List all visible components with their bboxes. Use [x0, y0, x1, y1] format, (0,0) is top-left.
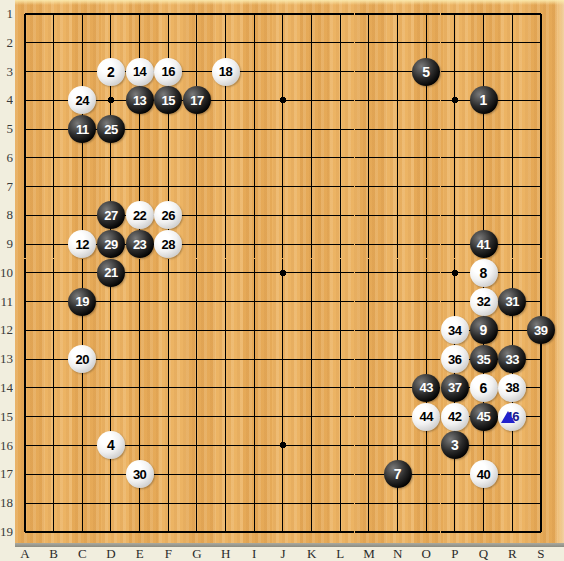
point-L13[interactable]: [326, 345, 355, 374]
point-R4[interactable]: [498, 86, 527, 115]
point-N4[interactable]: [383, 86, 412, 115]
point-M18[interactable]: [355, 489, 384, 518]
stone-12-white-C9[interactable]: 12: [68, 230, 96, 258]
stone-34-white-P12[interactable]: 34: [441, 316, 469, 344]
point-P9[interactable]: [441, 230, 470, 259]
point-E18[interactable]: [125, 489, 154, 518]
point-E8[interactable]: 22: [125, 201, 154, 230]
point-J8[interactable]: [269, 201, 298, 230]
point-R17[interactable]: [498, 460, 527, 489]
point-G17[interactable]: [183, 460, 212, 489]
point-M4[interactable]: [355, 86, 384, 115]
point-K11[interactable]: [297, 287, 326, 316]
point-G9[interactable]: [183, 230, 212, 259]
point-M2[interactable]: [355, 28, 384, 57]
stone-30-white-E17[interactable]: 30: [126, 460, 154, 488]
stone-42-white-P15[interactable]: 42: [441, 403, 469, 431]
point-S2[interactable]: [526, 28, 555, 57]
point-L1[interactable]: [326, 0, 355, 28]
point-E4[interactable]: 13: [125, 86, 154, 115]
point-O3[interactable]: 5: [412, 57, 441, 86]
point-S12[interactable]: 39: [526, 316, 555, 345]
point-N2[interactable]: [383, 28, 412, 57]
point-N14[interactable]: [383, 374, 412, 403]
point-B2[interactable]: [39, 28, 68, 57]
point-N10[interactable]: [383, 259, 412, 288]
point-J3[interactable]: [269, 57, 298, 86]
point-F17[interactable]: [154, 460, 183, 489]
stone-45-black-Q15[interactable]: 45: [470, 403, 498, 431]
point-E5[interactable]: [125, 115, 154, 144]
point-D13[interactable]: [97, 345, 126, 374]
point-O1[interactable]: [412, 0, 441, 28]
point-F8[interactable]: 26: [154, 201, 183, 230]
point-H18[interactable]: [211, 489, 240, 518]
stone-11-black-C5[interactable]: 11: [68, 115, 96, 143]
point-J19[interactable]: [269, 517, 298, 546]
point-P5[interactable]: [441, 115, 470, 144]
point-E1[interactable]: [125, 0, 154, 28]
point-A8[interactable]: [11, 201, 40, 230]
stone-25-black-D5[interactable]: 25: [97, 115, 125, 143]
point-C14[interactable]: [68, 374, 97, 403]
point-C5[interactable]: 11: [68, 115, 97, 144]
point-O9[interactable]: [412, 230, 441, 259]
point-B12[interactable]: [39, 316, 68, 345]
point-J12[interactable]: [269, 316, 298, 345]
point-Q12[interactable]: 9: [469, 316, 498, 345]
stone-23-black-E9[interactable]: 23: [126, 230, 154, 258]
point-E19[interactable]: [125, 517, 154, 546]
point-I3[interactable]: [240, 57, 269, 86]
point-C19[interactable]: [68, 517, 97, 546]
point-P17[interactable]: [441, 460, 470, 489]
point-A6[interactable]: [11, 143, 40, 172]
point-I10[interactable]: [240, 259, 269, 288]
point-E16[interactable]: [125, 431, 154, 460]
point-D2[interactable]: [97, 28, 126, 57]
point-J1[interactable]: [269, 0, 298, 28]
point-M5[interactable]: [355, 115, 384, 144]
point-S4[interactable]: [526, 86, 555, 115]
point-O10[interactable]: [412, 259, 441, 288]
point-M14[interactable]: [355, 374, 384, 403]
point-M7[interactable]: [355, 172, 384, 201]
point-P15[interactable]: 42: [441, 402, 470, 431]
point-H19[interactable]: [211, 517, 240, 546]
point-B15[interactable]: [39, 402, 68, 431]
point-F16[interactable]: [154, 431, 183, 460]
point-C16[interactable]: [68, 431, 97, 460]
point-P10[interactable]: [441, 259, 470, 288]
point-K12[interactable]: [297, 316, 326, 345]
point-M19[interactable]: [355, 517, 384, 546]
point-F10[interactable]: [154, 259, 183, 288]
point-F1[interactable]: [154, 0, 183, 28]
point-D10[interactable]: 21: [97, 259, 126, 288]
point-G4[interactable]: 17: [183, 86, 212, 115]
point-S3[interactable]: [526, 57, 555, 86]
point-Q9[interactable]: 41: [469, 230, 498, 259]
point-A18[interactable]: [11, 489, 40, 518]
point-K7[interactable]: [297, 172, 326, 201]
point-Q8[interactable]: [469, 201, 498, 230]
point-M17[interactable]: [355, 460, 384, 489]
point-K8[interactable]: [297, 201, 326, 230]
point-J15[interactable]: [269, 402, 298, 431]
point-P6[interactable]: [441, 143, 470, 172]
point-I8[interactable]: [240, 201, 269, 230]
point-H17[interactable]: [211, 460, 240, 489]
point-N12[interactable]: [383, 316, 412, 345]
point-F3[interactable]: 16: [154, 57, 183, 86]
point-N8[interactable]: [383, 201, 412, 230]
stone-38-white-R14[interactable]: 38: [498, 374, 526, 402]
point-B17[interactable]: [39, 460, 68, 489]
point-F5[interactable]: [154, 115, 183, 144]
point-Q7[interactable]: [469, 172, 498, 201]
point-D16[interactable]: 4: [97, 431, 126, 460]
point-F9[interactable]: 28: [154, 230, 183, 259]
point-O15[interactable]: 44: [412, 402, 441, 431]
point-A1[interactable]: [11, 0, 40, 28]
stone-6-white-Q14[interactable]: 6: [470, 374, 498, 402]
point-S6[interactable]: [526, 143, 555, 172]
point-C7[interactable]: [68, 172, 97, 201]
point-R11[interactable]: 31: [498, 287, 527, 316]
point-S17[interactable]: [526, 460, 555, 489]
point-K19[interactable]: [297, 517, 326, 546]
point-C18[interactable]: [68, 489, 97, 518]
point-R8[interactable]: [498, 201, 527, 230]
point-H14[interactable]: [211, 374, 240, 403]
point-L17[interactable]: [326, 460, 355, 489]
point-C8[interactable]: [68, 201, 97, 230]
point-N19[interactable]: [383, 517, 412, 546]
point-J2[interactable]: [269, 28, 298, 57]
point-S8[interactable]: [526, 201, 555, 230]
point-P19[interactable]: [441, 517, 470, 546]
point-R18[interactable]: [498, 489, 527, 518]
point-O8[interactable]: [412, 201, 441, 230]
point-C13[interactable]: 20: [68, 345, 97, 374]
point-F4[interactable]: 15: [154, 86, 183, 115]
point-E15[interactable]: [125, 402, 154, 431]
point-I5[interactable]: [240, 115, 269, 144]
point-I17[interactable]: [240, 460, 269, 489]
point-K14[interactable]: [297, 374, 326, 403]
point-S7[interactable]: [526, 172, 555, 201]
point-C17[interactable]: [68, 460, 97, 489]
point-P8[interactable]: [441, 201, 470, 230]
point-R9[interactable]: [498, 230, 527, 259]
point-L5[interactable]: [326, 115, 355, 144]
point-I1[interactable]: [240, 0, 269, 28]
point-L16[interactable]: [326, 431, 355, 460]
stone-36-white-P13[interactable]: 36: [441, 345, 469, 373]
point-S9[interactable]: [526, 230, 555, 259]
point-D4[interactable]: [97, 86, 126, 115]
point-G13[interactable]: [183, 345, 212, 374]
point-B6[interactable]: [39, 143, 68, 172]
point-F15[interactable]: [154, 402, 183, 431]
point-C3[interactable]: [68, 57, 97, 86]
point-B13[interactable]: [39, 345, 68, 374]
point-L15[interactable]: [326, 402, 355, 431]
point-N1[interactable]: [383, 0, 412, 28]
point-A11[interactable]: [11, 287, 40, 316]
point-M8[interactable]: [355, 201, 384, 230]
point-K6[interactable]: [297, 143, 326, 172]
point-E9[interactable]: 23: [125, 230, 154, 259]
point-R14[interactable]: 38: [498, 374, 527, 403]
point-F11[interactable]: [154, 287, 183, 316]
stone-29-black-D9[interactable]: 29: [97, 230, 125, 258]
point-R12[interactable]: [498, 316, 527, 345]
point-C11[interactable]: 19: [68, 287, 97, 316]
point-R6[interactable]: [498, 143, 527, 172]
stone-35-black-Q13[interactable]: 35: [470, 345, 498, 373]
point-S14[interactable]: [526, 374, 555, 403]
point-H15[interactable]: [211, 402, 240, 431]
point-J11[interactable]: [269, 287, 298, 316]
point-I15[interactable]: [240, 402, 269, 431]
point-R10[interactable]: [498, 259, 527, 288]
point-D17[interactable]: [97, 460, 126, 489]
point-Q6[interactable]: [469, 143, 498, 172]
point-A15[interactable]: [11, 402, 40, 431]
point-C4[interactable]: 24: [68, 86, 97, 115]
point-M12[interactable]: [355, 316, 384, 345]
point-O19[interactable]: [412, 517, 441, 546]
stone-27-black-D8[interactable]: 27: [97, 201, 125, 229]
point-E11[interactable]: [125, 287, 154, 316]
point-B14[interactable]: [39, 374, 68, 403]
point-H7[interactable]: [211, 172, 240, 201]
point-F18[interactable]: [154, 489, 183, 518]
point-O12[interactable]: [412, 316, 441, 345]
point-G2[interactable]: [183, 28, 212, 57]
point-N6[interactable]: [383, 143, 412, 172]
point-L8[interactable]: [326, 201, 355, 230]
point-B16[interactable]: [39, 431, 68, 460]
point-F7[interactable]: [154, 172, 183, 201]
point-A7[interactable]: [11, 172, 40, 201]
point-J5[interactable]: [269, 115, 298, 144]
stone-4-white-D16[interactable]: 4: [97, 431, 125, 459]
point-P16[interactable]: 3: [441, 431, 470, 460]
point-R2[interactable]: [498, 28, 527, 57]
stone-17-black-G4[interactable]: 17: [183, 86, 211, 114]
point-K16[interactable]: [297, 431, 326, 460]
point-M1[interactable]: [355, 0, 384, 28]
point-P14[interactable]: 37: [441, 374, 470, 403]
point-K9[interactable]: [297, 230, 326, 259]
point-P18[interactable]: [441, 489, 470, 518]
point-A16[interactable]: [11, 431, 40, 460]
point-B10[interactable]: [39, 259, 68, 288]
point-C2[interactable]: [68, 28, 97, 57]
point-G16[interactable]: [183, 431, 212, 460]
point-G6[interactable]: [183, 143, 212, 172]
stone-15-black-F4[interactable]: 15: [154, 86, 182, 114]
point-G12[interactable]: [183, 316, 212, 345]
point-J16[interactable]: [269, 431, 298, 460]
point-O2[interactable]: [412, 28, 441, 57]
stone-14-white-E3[interactable]: 14: [126, 58, 154, 86]
point-I16[interactable]: [240, 431, 269, 460]
stone-31-black-R11[interactable]: 31: [498, 288, 526, 316]
point-S10[interactable]: [526, 259, 555, 288]
point-S13[interactable]: [526, 345, 555, 374]
point-G5[interactable]: [183, 115, 212, 144]
stone-24-white-C4[interactable]: 24: [68, 86, 96, 114]
point-K18[interactable]: [297, 489, 326, 518]
point-B9[interactable]: [39, 230, 68, 259]
point-H6[interactable]: [211, 143, 240, 172]
point-H9[interactable]: [211, 230, 240, 259]
point-L9[interactable]: [326, 230, 355, 259]
point-I2[interactable]: [240, 28, 269, 57]
point-R15[interactable]: 46: [498, 402, 527, 431]
point-L12[interactable]: [326, 316, 355, 345]
point-I19[interactable]: [240, 517, 269, 546]
point-B11[interactable]: [39, 287, 68, 316]
point-I11[interactable]: [240, 287, 269, 316]
point-J13[interactable]: [269, 345, 298, 374]
point-N13[interactable]: [383, 345, 412, 374]
point-H16[interactable]: [211, 431, 240, 460]
point-O6[interactable]: [412, 143, 441, 172]
point-N7[interactable]: [383, 172, 412, 201]
point-L19[interactable]: [326, 517, 355, 546]
point-D6[interactable]: [97, 143, 126, 172]
point-L3[interactable]: [326, 57, 355, 86]
point-P3[interactable]: [441, 57, 470, 86]
stone-1-black-Q4[interactable]: 1: [470, 86, 498, 114]
point-B1[interactable]: [39, 0, 68, 28]
stone-18-white-H3[interactable]: 18: [212, 58, 240, 86]
point-S15[interactable]: [526, 402, 555, 431]
point-H5[interactable]: [211, 115, 240, 144]
point-G1[interactable]: [183, 0, 212, 28]
stone-3-black-P16[interactable]: 3: [441, 431, 469, 459]
point-F19[interactable]: [154, 517, 183, 546]
point-O11[interactable]: [412, 287, 441, 316]
stone-43-black-O14[interactable]: 43: [412, 374, 440, 402]
point-Q4[interactable]: 1: [469, 86, 498, 115]
point-Q10[interactable]: 8: [469, 259, 498, 288]
point-B7[interactable]: [39, 172, 68, 201]
point-Q5[interactable]: [469, 115, 498, 144]
point-I6[interactable]: [240, 143, 269, 172]
point-I14[interactable]: [240, 374, 269, 403]
point-A19[interactable]: [11, 517, 40, 546]
point-L6[interactable]: [326, 143, 355, 172]
point-O14[interactable]: 43: [412, 374, 441, 403]
point-E10[interactable]: [125, 259, 154, 288]
point-P13[interactable]: 36: [441, 345, 470, 374]
point-I12[interactable]: [240, 316, 269, 345]
point-S19[interactable]: [526, 517, 555, 546]
point-Q3[interactable]: [469, 57, 498, 86]
point-Q13[interactable]: 35: [469, 345, 498, 374]
point-E7[interactable]: [125, 172, 154, 201]
point-K15[interactable]: [297, 402, 326, 431]
point-D12[interactable]: [97, 316, 126, 345]
point-S5[interactable]: [526, 115, 555, 144]
point-A5[interactable]: [11, 115, 40, 144]
point-L7[interactable]: [326, 172, 355, 201]
point-N15[interactable]: [383, 402, 412, 431]
stone-40-white-Q17[interactable]: 40: [470, 460, 498, 488]
point-R16[interactable]: [498, 431, 527, 460]
point-B5[interactable]: [39, 115, 68, 144]
point-B18[interactable]: [39, 489, 68, 518]
point-B4[interactable]: [39, 86, 68, 115]
point-B19[interactable]: [39, 517, 68, 546]
point-R3[interactable]: [498, 57, 527, 86]
point-M3[interactable]: [355, 57, 384, 86]
point-N9[interactable]: [383, 230, 412, 259]
stone-8-white-Q10[interactable]: 8: [470, 259, 498, 287]
stone-46-white-R15[interactable]: 46: [498, 403, 526, 431]
point-E13[interactable]: [125, 345, 154, 374]
stone-39-black-S12[interactable]: 39: [527, 316, 555, 344]
point-S16[interactable]: [526, 431, 555, 460]
point-M11[interactable]: [355, 287, 384, 316]
point-H8[interactable]: [211, 201, 240, 230]
point-R5[interactable]: [498, 115, 527, 144]
point-J6[interactable]: [269, 143, 298, 172]
point-D11[interactable]: [97, 287, 126, 316]
point-C9[interactable]: 12: [68, 230, 97, 259]
point-L18[interactable]: [326, 489, 355, 518]
point-A3[interactable]: [11, 57, 40, 86]
stone-2-white-D3[interactable]: 2: [97, 58, 125, 86]
point-Q11[interactable]: 32: [469, 287, 498, 316]
stone-9-black-Q12[interactable]: 9: [470, 316, 498, 344]
point-F12[interactable]: [154, 316, 183, 345]
point-S18[interactable]: [526, 489, 555, 518]
point-S1[interactable]: [526, 0, 555, 28]
point-D7[interactable]: [97, 172, 126, 201]
point-D14[interactable]: [97, 374, 126, 403]
point-K5[interactable]: [297, 115, 326, 144]
point-C15[interactable]: [68, 402, 97, 431]
stone-33-black-R13[interactable]: 33: [498, 345, 526, 373]
point-J10[interactable]: [269, 259, 298, 288]
point-P11[interactable]: [441, 287, 470, 316]
point-P12[interactable]: 34: [441, 316, 470, 345]
point-J7[interactable]: [269, 172, 298, 201]
point-Q18[interactable]: [469, 489, 498, 518]
point-A12[interactable]: [11, 316, 40, 345]
point-Q19[interactable]: [469, 517, 498, 546]
point-H3[interactable]: 18: [211, 57, 240, 86]
point-D9[interactable]: 29: [97, 230, 126, 259]
point-R7[interactable]: [498, 172, 527, 201]
point-A2[interactable]: [11, 28, 40, 57]
point-S11[interactable]: [526, 287, 555, 316]
point-M10[interactable]: [355, 259, 384, 288]
point-C1[interactable]: [68, 0, 97, 28]
point-C6[interactable]: [68, 143, 97, 172]
point-A10[interactable]: [11, 259, 40, 288]
stone-21-black-D10[interactable]: 21: [97, 259, 125, 287]
point-N5[interactable]: [383, 115, 412, 144]
point-J17[interactable]: [269, 460, 298, 489]
